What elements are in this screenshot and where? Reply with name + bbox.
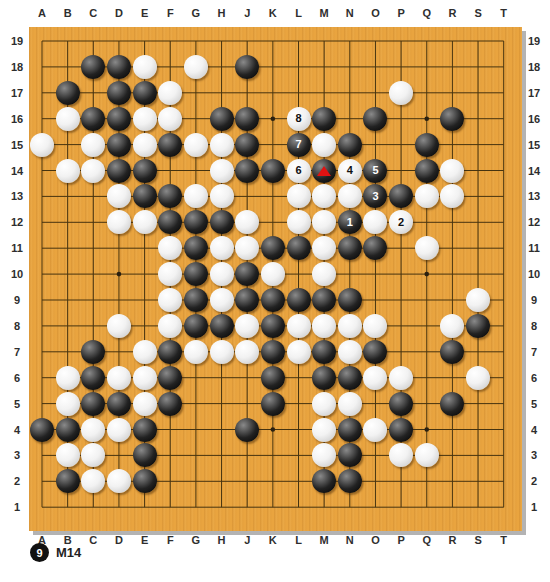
stone-E17 <box>133 81 157 105</box>
stone-K10 <box>261 262 285 286</box>
stone-N2 <box>338 469 362 493</box>
col-label-top-B: B <box>57 6 79 20</box>
row-label-left-14: 14 <box>6 164 28 178</box>
stone-M6 <box>312 366 336 390</box>
stone-R5 <box>440 392 464 416</box>
stone-D8 <box>107 314 131 338</box>
stone-A15 <box>30 133 54 157</box>
row-label-left-8: 8 <box>6 319 28 333</box>
stone-E5 <box>133 392 157 416</box>
stone-Q14 <box>415 159 439 183</box>
move-coordinate: M14 <box>56 545 81 560</box>
stone-G18 <box>184 55 208 79</box>
stone-J16 <box>235 107 259 131</box>
move-caption: 9 M14 <box>30 543 81 562</box>
col-label-top-M: M <box>313 6 335 20</box>
stone-J7 <box>235 340 259 364</box>
stone-J9 <box>235 288 259 312</box>
star-point-Q4 <box>424 427 429 432</box>
col-label-top-J: J <box>236 6 258 20</box>
stone-B4 <box>56 418 80 442</box>
col-label-bottom-F: F <box>159 533 181 547</box>
row-label-right-5: 5 <box>523 397 545 411</box>
stone-J8 <box>235 314 259 338</box>
row-label-right-18: 18 <box>523 60 545 74</box>
stone-F7 <box>158 340 182 364</box>
stone-C14 <box>81 159 105 183</box>
row-label-left-5: 5 <box>6 397 28 411</box>
star-point-Q10 <box>424 272 429 277</box>
col-label-top-T: T <box>493 6 515 20</box>
stone-P6 <box>389 366 413 390</box>
star-point-D10 <box>117 272 122 277</box>
stone-K6 <box>261 366 285 390</box>
stone-D6 <box>107 366 131 390</box>
stone-K7 <box>261 340 285 364</box>
stone-J15 <box>235 133 259 157</box>
stone-B5 <box>56 392 80 416</box>
row-label-left-17: 17 <box>6 86 28 100</box>
col-label-bottom-O: O <box>364 533 386 547</box>
stone-M7 <box>312 340 336 364</box>
row-label-left-19: 19 <box>6 34 28 48</box>
col-label-bottom-H: H <box>211 533 233 547</box>
stone-M8 <box>312 314 336 338</box>
stone-O4 <box>363 418 387 442</box>
row-label-right-16: 16 <box>523 112 545 126</box>
col-label-top-N: N <box>339 6 361 20</box>
row-label-left-3: 3 <box>6 448 28 462</box>
row-label-left-16: 16 <box>6 112 28 126</box>
stone-D15 <box>107 133 131 157</box>
stone-M14 <box>312 159 336 183</box>
col-label-bottom-S: S <box>467 533 489 547</box>
stone-L11 <box>287 236 311 260</box>
stone-N6 <box>338 366 362 390</box>
stone-L12 <box>287 210 311 234</box>
col-label-top-F: F <box>159 6 181 20</box>
col-label-bottom-R: R <box>441 533 463 547</box>
stone-B17 <box>56 81 80 105</box>
stone-E6 <box>133 366 157 390</box>
stone-A4 <box>30 418 54 442</box>
stone-C5 <box>81 392 105 416</box>
col-label-bottom-M: M <box>313 533 335 547</box>
col-label-bottom-K: K <box>262 533 284 547</box>
stone-N12: 1 <box>338 210 362 234</box>
stone-N8 <box>338 314 362 338</box>
row-label-left-1: 1 <box>6 500 28 514</box>
stone-Q11 <box>415 236 439 260</box>
stone-H9 <box>210 288 234 312</box>
stone-H10 <box>210 262 234 286</box>
stone-L8 <box>287 314 311 338</box>
col-label-top-H: H <box>211 6 233 20</box>
stone-M15 <box>312 133 336 157</box>
col-label-top-L: L <box>288 6 310 20</box>
stone-B16 <box>56 107 80 131</box>
stone-N14: 4 <box>338 159 362 183</box>
col-label-bottom-C: C <box>82 533 104 547</box>
stone-S6 <box>466 366 490 390</box>
col-label-bottom-J: J <box>236 533 258 547</box>
go-diagram-page: 87645312 AABBCCDDEEFFGGHHJJKKLLMMNNOOPPQ… <box>0 0 550 582</box>
stone-G15 <box>184 133 208 157</box>
stone-S8 <box>466 314 490 338</box>
stone-B2 <box>56 469 80 493</box>
row-label-right-1: 1 <box>523 500 545 514</box>
stone-K14 <box>261 159 285 183</box>
stone-J14 <box>235 159 259 183</box>
stone-G10 <box>184 262 208 286</box>
row-label-right-6: 6 <box>523 371 545 385</box>
stone-R16 <box>440 107 464 131</box>
stone-Q3 <box>415 443 439 467</box>
row-label-left-10: 10 <box>6 267 28 281</box>
row-label-left-18: 18 <box>6 60 28 74</box>
star-point-K4 <box>271 427 276 432</box>
col-label-top-Q: Q <box>416 6 438 20</box>
col-label-top-R: R <box>441 6 463 20</box>
stone-N5 <box>338 392 362 416</box>
row-label-right-8: 8 <box>523 319 545 333</box>
row-label-left-6: 6 <box>6 371 28 385</box>
stone-M4 <box>312 418 336 442</box>
row-label-right-11: 11 <box>523 241 545 255</box>
stone-F16 <box>158 107 182 131</box>
go-board[interactable]: 87645312 <box>29 27 522 531</box>
row-label-left-7: 7 <box>6 345 28 359</box>
col-label-bottom-E: E <box>134 533 156 547</box>
stone-K9 <box>261 288 285 312</box>
stone-B6 <box>56 366 80 390</box>
col-label-top-C: C <box>82 6 104 20</box>
row-label-right-4: 4 <box>523 423 545 437</box>
row-label-right-15: 15 <box>523 138 545 152</box>
stone-L16: 8 <box>287 107 311 131</box>
stone-F8 <box>158 314 182 338</box>
row-label-left-13: 13 <box>6 189 28 203</box>
col-label-bottom-N: N <box>339 533 361 547</box>
row-label-right-7: 7 <box>523 345 545 359</box>
col-label-top-G: G <box>185 6 207 20</box>
move-9-stone-icon: 9 <box>30 543 49 562</box>
stone-F6 <box>158 366 182 390</box>
col-label-top-D: D <box>108 6 130 20</box>
stone-H7 <box>210 340 234 364</box>
row-label-right-17: 17 <box>523 86 545 100</box>
stone-D17 <box>107 81 131 105</box>
stone-G11 <box>184 236 208 260</box>
row-label-right-12: 12 <box>523 215 545 229</box>
stone-N11 <box>338 236 362 260</box>
col-label-bottom-L: L <box>288 533 310 547</box>
stone-H13 <box>210 184 234 208</box>
row-label-right-9: 9 <box>523 293 545 307</box>
stone-R14 <box>440 159 464 183</box>
stone-M9 <box>312 288 336 312</box>
row-label-left-9: 9 <box>6 293 28 307</box>
stone-M16 <box>312 107 336 131</box>
stone-C7 <box>81 340 105 364</box>
star-point-K16 <box>271 116 276 121</box>
row-label-left-11: 11 <box>6 241 28 255</box>
stone-N15 <box>338 133 362 157</box>
stone-P17 <box>389 81 413 105</box>
stone-O14: 5 <box>363 159 387 183</box>
col-label-bottom-T: T <box>493 533 515 547</box>
stone-K5 <box>261 392 285 416</box>
stone-H12 <box>210 210 234 234</box>
stone-P4 <box>389 418 413 442</box>
row-label-right-14: 14 <box>523 164 545 178</box>
stone-N7 <box>338 340 362 364</box>
stone-L14: 6 <box>287 159 311 183</box>
stone-Q13 <box>415 184 439 208</box>
stone-E15 <box>133 133 157 157</box>
stone-E3 <box>133 443 157 467</box>
stone-C16 <box>81 107 105 131</box>
row-label-right-3: 3 <box>523 448 545 462</box>
stone-F17 <box>158 81 182 105</box>
row-label-left-12: 12 <box>6 215 28 229</box>
stone-B3 <box>56 443 80 467</box>
stone-E18 <box>133 55 157 79</box>
row-label-right-13: 13 <box>523 189 545 203</box>
col-label-bottom-G: G <box>185 533 207 547</box>
stone-O6 <box>363 366 387 390</box>
row-label-left-15: 15 <box>6 138 28 152</box>
row-label-right-2: 2 <box>523 474 545 488</box>
stone-P5 <box>389 392 413 416</box>
stone-L9 <box>287 288 311 312</box>
stone-C15 <box>81 133 105 157</box>
stone-E14 <box>133 159 157 183</box>
col-label-top-K: K <box>262 6 284 20</box>
stone-E12 <box>133 210 157 234</box>
stone-D16 <box>107 107 131 131</box>
stone-E4 <box>133 418 157 442</box>
stone-O16 <box>363 107 387 131</box>
stone-F15 <box>158 133 182 157</box>
row-label-right-10: 10 <box>523 267 545 281</box>
stone-N4 <box>338 418 362 442</box>
stone-L13 <box>287 184 311 208</box>
red-triangle-marker <box>317 166 331 176</box>
stone-H16 <box>210 107 234 131</box>
row-label-left-2: 2 <box>6 474 28 488</box>
col-label-top-E: E <box>134 6 156 20</box>
stone-K8 <box>261 314 285 338</box>
stone-G9 <box>184 288 208 312</box>
stone-E2 <box>133 469 157 493</box>
row-label-left-4: 4 <box>6 423 28 437</box>
col-label-bottom-Q: Q <box>416 533 438 547</box>
col-label-top-A: A <box>31 6 53 20</box>
stone-D18 <box>107 55 131 79</box>
stone-D5 <box>107 392 131 416</box>
stone-K11 <box>261 236 285 260</box>
stone-J4 <box>235 418 259 442</box>
stone-C4 <box>81 418 105 442</box>
stone-H14 <box>210 159 234 183</box>
star-point-Q16 <box>424 116 429 121</box>
stone-E13 <box>133 184 157 208</box>
stone-M5 <box>312 392 336 416</box>
stone-H15 <box>210 133 234 157</box>
stone-D14 <box>107 159 131 183</box>
row-label-right-19: 19 <box>523 34 545 48</box>
col-label-bottom-D: D <box>108 533 130 547</box>
stone-H8 <box>210 314 234 338</box>
stone-G8 <box>184 314 208 338</box>
stone-G7 <box>184 340 208 364</box>
stone-E7 <box>133 340 157 364</box>
col-label-top-S: S <box>467 6 489 20</box>
stone-H11 <box>210 236 234 260</box>
stone-D4 <box>107 418 131 442</box>
stone-Q15 <box>415 133 439 157</box>
col-label-bottom-P: P <box>390 533 412 547</box>
stone-F5 <box>158 392 182 416</box>
stone-C6 <box>81 366 105 390</box>
stone-N9 <box>338 288 362 312</box>
stone-J18 <box>235 55 259 79</box>
stone-L7 <box>287 340 311 364</box>
col-label-top-O: O <box>364 6 386 20</box>
col-label-top-P: P <box>390 6 412 20</box>
stone-S9 <box>466 288 490 312</box>
stone-E16 <box>133 107 157 131</box>
stone-B14 <box>56 159 80 183</box>
stone-L15: 7 <box>287 133 311 157</box>
